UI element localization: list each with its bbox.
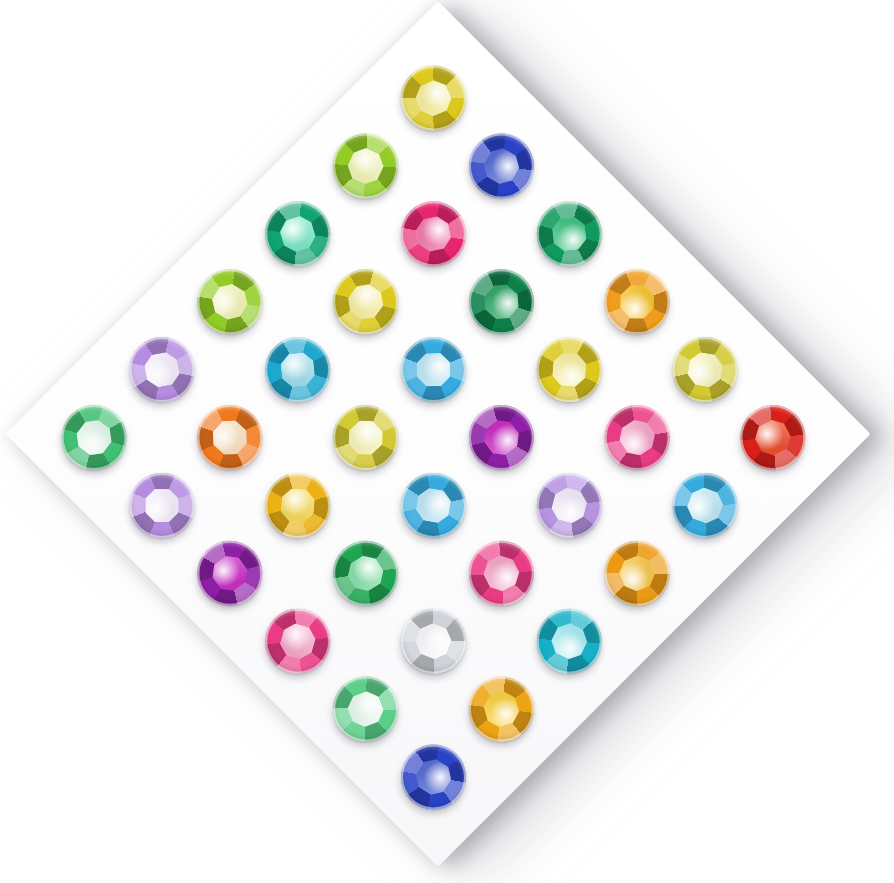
gem-golden-yellow[interactable] xyxy=(251,459,343,551)
gem-yellow[interactable] xyxy=(387,51,479,143)
gem-amber-orange[interactable] xyxy=(591,255,683,347)
gem-lime-green[interactable] xyxy=(319,119,411,211)
gem-royal-blue[interactable] xyxy=(387,731,479,823)
gem-sky-blue[interactable] xyxy=(659,459,751,551)
gem-emerald[interactable] xyxy=(523,187,615,279)
gem-lime-green[interactable] xyxy=(183,255,275,347)
gem-clear-silver[interactable] xyxy=(387,595,479,687)
gem-dark-emerald[interactable] xyxy=(455,255,547,347)
gem-hot-pink[interactable] xyxy=(387,187,479,279)
gem-mint-green[interactable] xyxy=(319,663,411,755)
gem-sky-blue[interactable] xyxy=(387,323,479,415)
gem-turquoise-blue[interactable] xyxy=(251,323,343,415)
gem-royal-blue[interactable] xyxy=(455,119,547,211)
gem-red[interactable] xyxy=(727,391,819,483)
gem-orange[interactable] xyxy=(183,391,275,483)
gem-amber[interactable] xyxy=(591,527,683,619)
gem-teal-green[interactable] xyxy=(251,187,343,279)
gem-yellow[interactable] xyxy=(319,255,411,347)
gem-lilac[interactable] xyxy=(523,459,615,551)
gem-pale-yellow[interactable] xyxy=(659,323,751,415)
gem-green[interactable] xyxy=(319,527,411,619)
gem-pink[interactable] xyxy=(455,527,547,619)
gem-yellow[interactable] xyxy=(523,323,615,415)
gem-golden-amber[interactable] xyxy=(455,663,547,755)
gem-pink[interactable] xyxy=(591,391,683,483)
gem-lavender[interactable] xyxy=(115,323,207,415)
gem-turquoise-teal[interactable] xyxy=(523,595,615,687)
gem-purple[interactable] xyxy=(183,527,275,619)
gem-pink[interactable] xyxy=(251,595,343,687)
gem-spring-green[interactable] xyxy=(47,391,139,483)
scene xyxy=(0,0,894,883)
gem-pale-yellow[interactable] xyxy=(319,391,411,483)
gem-purple[interactable] xyxy=(455,391,547,483)
gem-sky-blue[interactable] xyxy=(387,459,479,551)
gem-lavender[interactable] xyxy=(115,459,207,551)
